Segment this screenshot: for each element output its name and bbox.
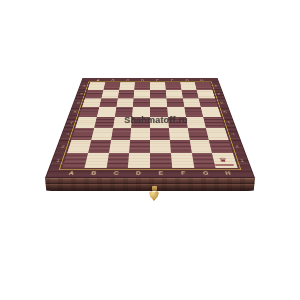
square-c6	[116, 98, 134, 107]
square-b1	[84, 153, 108, 168]
square-h6	[199, 98, 218, 107]
square-h3	[206, 128, 229, 140]
square-b2	[88, 140, 111, 153]
square-h5	[201, 107, 221, 117]
square-e6	[150, 98, 167, 107]
square-f8	[165, 82, 181, 90]
square-b4	[94, 117, 114, 128]
square-b6	[99, 98, 117, 107]
square-f1	[171, 153, 194, 168]
square-e2	[150, 140, 171, 153]
square-e8	[150, 82, 166, 90]
brass-latch	[148, 186, 160, 202]
square-d7	[134, 90, 150, 98]
square-d2	[129, 140, 150, 153]
square-h4	[203, 117, 224, 128]
square-h8	[195, 82, 212, 90]
board-top-surface: ABCDEFGH ABCDEFGH 87654321 87654321 ♛	[45, 78, 255, 178]
brand-emblem-text-bar	[215, 164, 234, 166]
box-lid-seam	[45, 183, 255, 184]
square-c2	[109, 140, 131, 153]
square-c8	[119, 82, 135, 90]
square-c7	[117, 90, 134, 98]
square-b3	[91, 128, 113, 140]
square-h7	[197, 90, 215, 98]
square-c3	[111, 128, 132, 140]
heart-clasp-icon	[149, 190, 159, 201]
square-d3	[130, 128, 150, 140]
square-h2	[209, 140, 233, 153]
board-field	[62, 82, 238, 168]
square-b8	[103, 82, 120, 90]
square-e7	[150, 90, 166, 98]
watermark-text: Shahmatoff.ru	[124, 115, 188, 125]
square-b7	[101, 90, 119, 98]
square-b5	[97, 107, 116, 117]
square-f6	[166, 98, 184, 107]
square-d1	[128, 153, 150, 168]
crown-logo-icon: ♛	[212, 157, 234, 163]
latch-pin	[152, 186, 157, 191]
square-f3	[169, 128, 190, 140]
square-c1	[106, 153, 129, 168]
square-f7	[166, 90, 183, 98]
square-f2	[170, 140, 192, 153]
square-e1	[150, 153, 172, 168]
chess-board-photo: ABCDEFGH ABCDEFGH 87654321 87654321 ♛ Sh…	[0, 0, 300, 300]
square-e3	[150, 128, 170, 140]
square-d8	[134, 82, 150, 90]
brand-emblem: ♛	[212, 157, 235, 165]
square-d6	[133, 98, 150, 107]
chess-board: ABCDEFGH ABCDEFGH 87654321 87654321 ♛	[45, 78, 255, 178]
